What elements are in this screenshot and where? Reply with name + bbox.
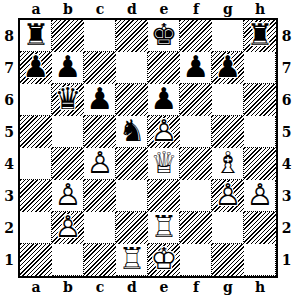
square-b6[interactable]: ♛♛ [52,84,84,116]
square-g1[interactable] [212,244,244,276]
file-label-a: a [20,279,52,295]
black-knight-d5[interactable]: ♞♞ [116,116,148,148]
piece-glyph: ♙ [148,115,180,147]
square-b4[interactable] [52,148,84,180]
square-a3[interactable] [20,180,52,212]
white-rook-e2[interactable]: ♜♖ [148,212,180,244]
file-label-g: g [212,279,244,295]
piece-glyph: ♟ [148,83,180,115]
square-b5[interactable] [52,116,84,148]
square-g2[interactable] [212,212,244,244]
square-e1[interactable]: ♚♔ [148,244,180,276]
corner-spacer [0,278,18,295]
piece-glyph: ♟ [52,51,84,83]
rank-label-1: 1 [0,244,18,276]
file-label-b: b [52,279,84,295]
square-b7[interactable]: ♟♟ [52,52,84,84]
rank-label-8: 8 [278,20,295,52]
black-rook-h8[interactable]: ♜♜ [244,20,276,52]
square-e5[interactable]: ♟♙ [148,116,180,148]
square-f3[interactable] [180,180,212,212]
piece-glyph: ♖ [116,243,148,275]
white-king-e1[interactable]: ♚♔ [148,244,180,276]
white-pawn-g3[interactable]: ♟♙ [212,180,244,212]
piece-glyph: ♜ [244,19,276,51]
piece-glyph: ♙ [84,147,116,179]
piece-glyph: ♞ [116,115,148,147]
square-c3[interactable] [84,180,116,212]
square-b8[interactable] [52,20,84,52]
file-label-g: g [212,1,244,17]
white-rook-d1[interactable]: ♜♖ [116,244,148,276]
piece-glyph: ♛ [52,83,84,115]
square-g7[interactable]: ♟♟ [212,52,244,84]
rank-label-3: 3 [0,180,18,212]
black-pawn-g7[interactable]: ♟♟ [212,52,244,84]
file-label-d: d [116,279,148,295]
piece-glyph: ♟ [20,51,52,83]
black-rook-a8[interactable]: ♜♜ [20,20,52,52]
corner-spacer [278,0,295,18]
corner-spacer [278,278,295,295]
white-pawn-c4[interactable]: ♟♙ [84,148,116,180]
square-g4[interactable]: ♝♗ [212,148,244,180]
square-h1[interactable] [244,244,276,276]
square-f6[interactable] [180,84,212,116]
file-labels-top: abcdefgh [18,0,278,18]
corner-spacer [0,0,18,18]
square-h7[interactable] [244,52,276,84]
rank-label-6: 6 [278,84,295,116]
square-g5[interactable] [212,116,244,148]
file-label-f: f [180,279,212,295]
square-h4[interactable] [244,148,276,180]
white-queen-e4[interactable]: ♛♕ [148,148,180,180]
file-label-a: a [20,1,52,17]
rank-labels-left: 87654321 [0,18,18,278]
piece-glyph: ♖ [148,211,180,243]
square-f5[interactable] [180,116,212,148]
square-d1[interactable]: ♜♖ [116,244,148,276]
file-label-d: d [116,1,148,17]
white-pawn-h3[interactable]: ♟♙ [244,180,276,212]
chess-diagram: abcdefgh 87654321 ♜♜♚♚♜♜♟♟♟♟♟♟♟♟♛♛♟♟♟♟♞♞… [0,0,295,295]
square-e4[interactable]: ♛♕ [148,148,180,180]
file-label-c: c [84,1,116,17]
black-pawn-b7[interactable]: ♟♟ [52,52,84,84]
file-label-h: h [244,1,276,17]
piece-glyph: ♙ [212,179,244,211]
white-pawn-b3[interactable]: ♟♙ [52,180,84,212]
square-b3[interactable]: ♟♙ [52,180,84,212]
square-c7[interactable] [84,52,116,84]
square-d8[interactable] [116,20,148,52]
square-d2[interactable] [116,212,148,244]
rank-label-7: 7 [0,52,18,84]
file-label-f: f [180,1,212,17]
piece-glyph: ♙ [52,211,84,243]
file-label-e: e [148,279,180,295]
rank-label-8: 8 [0,20,18,52]
square-e3[interactable] [148,180,180,212]
square-f7[interactable]: ♟♟ [180,52,212,84]
square-c2[interactable] [84,212,116,244]
square-d4[interactable] [116,148,148,180]
piece-glyph: ♚ [148,19,180,51]
rank-label-5: 5 [0,116,18,148]
square-d7[interactable] [116,52,148,84]
black-queen-b6[interactable]: ♛♛ [52,84,84,116]
piece-glyph: ♟ [84,83,116,115]
rank-label-4: 4 [0,148,18,180]
square-f8[interactable] [180,20,212,52]
piece-glyph: ♗ [212,147,244,179]
square-d3[interactable] [116,180,148,212]
white-pawn-b2[interactable]: ♟♙ [52,212,84,244]
square-f2[interactable] [180,212,212,244]
square-h3[interactable]: ♟♙ [244,180,276,212]
square-a8[interactable]: ♜♜ [20,20,52,52]
square-f1[interactable] [180,244,212,276]
square-h8[interactable]: ♜♜ [244,20,276,52]
file-label-c: c [84,279,116,295]
file-label-b: b [52,1,84,17]
file-label-h: h [244,279,276,295]
black-pawn-c6[interactable]: ♟♟ [84,84,116,116]
rank-label-7: 7 [278,52,295,84]
square-h2[interactable] [244,212,276,244]
square-c6[interactable]: ♟♟ [84,84,116,116]
black-pawn-f7[interactable]: ♟♟ [180,52,212,84]
square-a7[interactable]: ♟♟ [20,52,52,84]
board: ♜♜♚♚♜♜♟♟♟♟♟♟♟♟♛♛♟♟♟♟♞♞♟♙♟♙♛♕♝♗♟♙♟♙♟♙♟♙♜♖… [18,18,278,278]
square-h6[interactable] [244,84,276,116]
square-h5[interactable] [244,116,276,148]
square-g8[interactable] [212,20,244,52]
square-d6[interactable] [116,84,148,116]
piece-glyph: ♜ [20,19,52,51]
rank-label-2: 2 [0,212,18,244]
square-a2[interactable] [20,212,52,244]
square-d5[interactable]: ♞♞ [116,116,148,148]
square-c8[interactable] [84,20,116,52]
piece-glyph: ♕ [148,147,180,179]
square-f4[interactable] [180,148,212,180]
file-labels-bottom: abcdefgh [18,278,278,295]
file-label-e: e [148,1,180,17]
square-g6[interactable] [212,84,244,116]
square-c5[interactable] [84,116,116,148]
piece-glyph: ♟ [212,51,244,83]
rank-label-2: 2 [278,212,295,244]
square-a5[interactable] [20,116,52,148]
square-g3[interactable]: ♟♙ [212,180,244,212]
black-pawn-e6[interactable]: ♟♟ [148,84,180,116]
square-e2[interactable]: ♜♖ [148,212,180,244]
piece-glyph: ♙ [52,179,84,211]
square-e7[interactable] [148,52,180,84]
white-pawn-e5[interactable]: ♟♙ [148,116,180,148]
rank-label-5: 5 [278,116,295,148]
piece-glyph: ♙ [244,179,276,211]
piece-glyph: ♔ [148,243,180,275]
rank-labels-right: 87654321 [278,18,295,278]
square-b1[interactable] [52,244,84,276]
square-a4[interactable] [20,148,52,180]
square-e8[interactable]: ♚♚ [148,20,180,52]
square-a6[interactable] [20,84,52,116]
square-c4[interactable]: ♟♙ [84,148,116,180]
rank-label-6: 6 [0,84,18,116]
square-e6[interactable]: ♟♟ [148,84,180,116]
rank-label-3: 3 [278,180,295,212]
square-b2[interactable]: ♟♙ [52,212,84,244]
black-king-e8[interactable]: ♚♚ [148,20,180,52]
rank-label-1: 1 [278,244,295,276]
white-bishop-g4[interactable]: ♝♗ [212,148,244,180]
rank-label-4: 4 [278,148,295,180]
square-a1[interactable] [20,244,52,276]
square-c1[interactable] [84,244,116,276]
piece-glyph: ♟ [180,51,212,83]
black-pawn-a7[interactable]: ♟♟ [20,52,52,84]
